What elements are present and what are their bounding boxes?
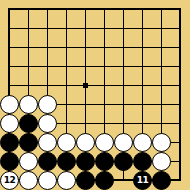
go-board[interactable]: 1211 <box>0 0 190 190</box>
point-r9c4[interactable] <box>57 152 76 171</box>
point-r2c9[interactable] <box>152 19 171 38</box>
point-r6c1[interactable] <box>0 95 19 114</box>
point-r4c7[interactable] <box>114 57 133 76</box>
black-stone <box>57 152 76 171</box>
point-r6c7[interactable] <box>114 95 133 114</box>
point-r3c9[interactable] <box>152 38 171 57</box>
point-r10c4[interactable] <box>57 171 76 190</box>
point-r9c6[interactable] <box>95 152 114 171</box>
point-r4c9[interactable] <box>152 57 171 76</box>
point-r5c10[interactable] <box>171 76 190 95</box>
point-r4c1[interactable] <box>0 57 19 76</box>
stones-layer: 1211 <box>0 0 190 190</box>
point-r10c6[interactable] <box>95 171 114 190</box>
point-r1c9[interactable] <box>152 0 171 19</box>
point-r3c5[interactable] <box>76 38 95 57</box>
point-r1c3[interactable] <box>38 0 57 19</box>
point-r10c5[interactable] <box>76 171 95 190</box>
point-r10c9[interactable] <box>152 171 171 190</box>
point-r4c4[interactable] <box>57 57 76 76</box>
white-stone <box>19 152 38 171</box>
point-r6c5[interactable] <box>76 95 95 114</box>
point-r7c9[interactable] <box>152 114 171 133</box>
black-stone-numbered: 11 <box>133 171 152 190</box>
point-r10c7[interactable] <box>114 171 133 190</box>
point-r2c10[interactable] <box>171 19 190 38</box>
white-stone <box>38 114 57 133</box>
point-r9c5[interactable] <box>76 152 95 171</box>
black-stone <box>19 133 38 152</box>
white-stone <box>152 152 171 171</box>
point-r1c8[interactable] <box>133 0 152 19</box>
point-r2c3[interactable] <box>38 19 57 38</box>
point-r8c7[interactable] <box>114 133 133 152</box>
black-stone <box>95 171 114 190</box>
point-r9c8[interactable] <box>133 152 152 171</box>
point-r5c2[interactable] <box>19 76 38 95</box>
point-r7c4[interactable] <box>57 114 76 133</box>
point-r2c4[interactable] <box>57 19 76 38</box>
point-r7c2[interactable] <box>19 114 38 133</box>
point-r4c6[interactable] <box>95 57 114 76</box>
point-r3c10[interactable] <box>171 38 190 57</box>
white-stone <box>19 95 38 114</box>
point-r4c3[interactable] <box>38 57 57 76</box>
point-r6c3[interactable] <box>38 95 57 114</box>
point-r3c1[interactable] <box>0 38 19 57</box>
point-r5c4[interactable] <box>57 76 76 95</box>
point-r8c6[interactable] <box>95 133 114 152</box>
white-stone <box>133 133 152 152</box>
white-stone-numbered: 12 <box>0 171 19 190</box>
star-point <box>83 83 88 88</box>
point-r8c1[interactable] <box>0 133 19 152</box>
point-r8c8[interactable] <box>133 133 152 152</box>
point-r3c3[interactable] <box>38 38 57 57</box>
point-r2c5[interactable] <box>76 19 95 38</box>
point-r2c2[interactable] <box>19 19 38 38</box>
black-stone <box>133 152 152 171</box>
point-r9c9[interactable] <box>152 152 171 171</box>
point-r3c8[interactable] <box>133 38 152 57</box>
point-r8c10[interactable] <box>171 133 190 152</box>
white-stone <box>57 133 76 152</box>
point-r3c7[interactable] <box>114 38 133 57</box>
point-r5c3[interactable] <box>38 76 57 95</box>
point-r5c1[interactable] <box>0 76 19 95</box>
point-r2c1[interactable] <box>0 19 19 38</box>
white-stone <box>19 171 38 190</box>
black-stone <box>38 152 57 171</box>
point-r3c4[interactable] <box>57 38 76 57</box>
point-r4c2[interactable] <box>19 57 38 76</box>
point-r4c8[interactable] <box>133 57 152 76</box>
white-stone <box>0 95 19 114</box>
point-r5c8[interactable] <box>133 76 152 95</box>
black-stone <box>0 133 19 152</box>
point-r1c6[interactable] <box>95 0 114 19</box>
point-r1c7[interactable] <box>114 0 133 19</box>
point-r6c8[interactable] <box>133 95 152 114</box>
point-r1c5[interactable] <box>76 0 95 19</box>
point-r2c7[interactable] <box>114 19 133 38</box>
black-stone <box>114 152 133 171</box>
point-r10c8[interactable]: 11 <box>133 171 152 190</box>
black-stone <box>95 152 114 171</box>
black-stone <box>76 171 95 190</box>
point-r8c5[interactable] <box>76 133 95 152</box>
point-r9c10[interactable] <box>171 152 190 171</box>
point-r6c6[interactable] <box>95 95 114 114</box>
black-stone <box>19 114 38 133</box>
point-r6c10[interactable] <box>171 95 190 114</box>
black-stone <box>152 171 171 190</box>
point-r5c9[interactable] <box>152 76 171 95</box>
point-r9c2[interactable] <box>19 152 38 171</box>
white-stone <box>76 133 95 152</box>
point-r9c1[interactable] <box>0 152 19 171</box>
point-r9c7[interactable] <box>114 152 133 171</box>
point-r1c4[interactable] <box>57 0 76 19</box>
point-r7c5[interactable] <box>76 114 95 133</box>
point-r8c9[interactable] <box>152 133 171 152</box>
point-r3c2[interactable] <box>19 38 38 57</box>
point-r7c8[interactable] <box>133 114 152 133</box>
white-stone <box>114 133 133 152</box>
point-r8c4[interactable] <box>57 133 76 152</box>
white-stone <box>0 114 19 133</box>
point-r7c1[interactable] <box>0 114 19 133</box>
point-r8c3[interactable] <box>38 133 57 152</box>
white-stone <box>38 95 57 114</box>
white-stone <box>38 133 57 152</box>
point-r1c1[interactable] <box>0 0 19 19</box>
point-r7c7[interactable] <box>114 114 133 133</box>
point-r7c6[interactable] <box>95 114 114 133</box>
point-r7c3[interactable] <box>38 114 57 133</box>
point-r9c3[interactable] <box>38 152 57 171</box>
point-r10c3[interactable] <box>38 171 57 190</box>
point-r3c6[interactable] <box>95 38 114 57</box>
point-r4c10[interactable] <box>171 57 190 76</box>
white-stone <box>57 171 76 190</box>
point-r10c1[interactable]: 12 <box>0 171 19 190</box>
point-r2c8[interactable] <box>133 19 152 38</box>
point-r7c10[interactable] <box>171 114 190 133</box>
point-r10c2[interactable] <box>19 171 38 190</box>
point-r1c10[interactable] <box>171 0 190 19</box>
point-r2c6[interactable] <box>95 19 114 38</box>
white-stone <box>95 133 114 152</box>
white-stone <box>38 171 57 190</box>
point-r1c2[interactable] <box>19 0 38 19</box>
point-r5c6[interactable] <box>95 76 114 95</box>
black-stone <box>0 152 19 171</box>
point-r5c7[interactable] <box>114 76 133 95</box>
black-stone <box>76 152 95 171</box>
point-r8c2[interactable] <box>19 133 38 152</box>
point-r10c10[interactable] <box>171 171 190 190</box>
point-r6c4[interactable] <box>57 95 76 114</box>
point-r6c9[interactable] <box>152 95 171 114</box>
point-r6c2[interactable] <box>19 95 38 114</box>
point-r4c5[interactable] <box>76 57 95 76</box>
white-stone <box>152 133 171 152</box>
